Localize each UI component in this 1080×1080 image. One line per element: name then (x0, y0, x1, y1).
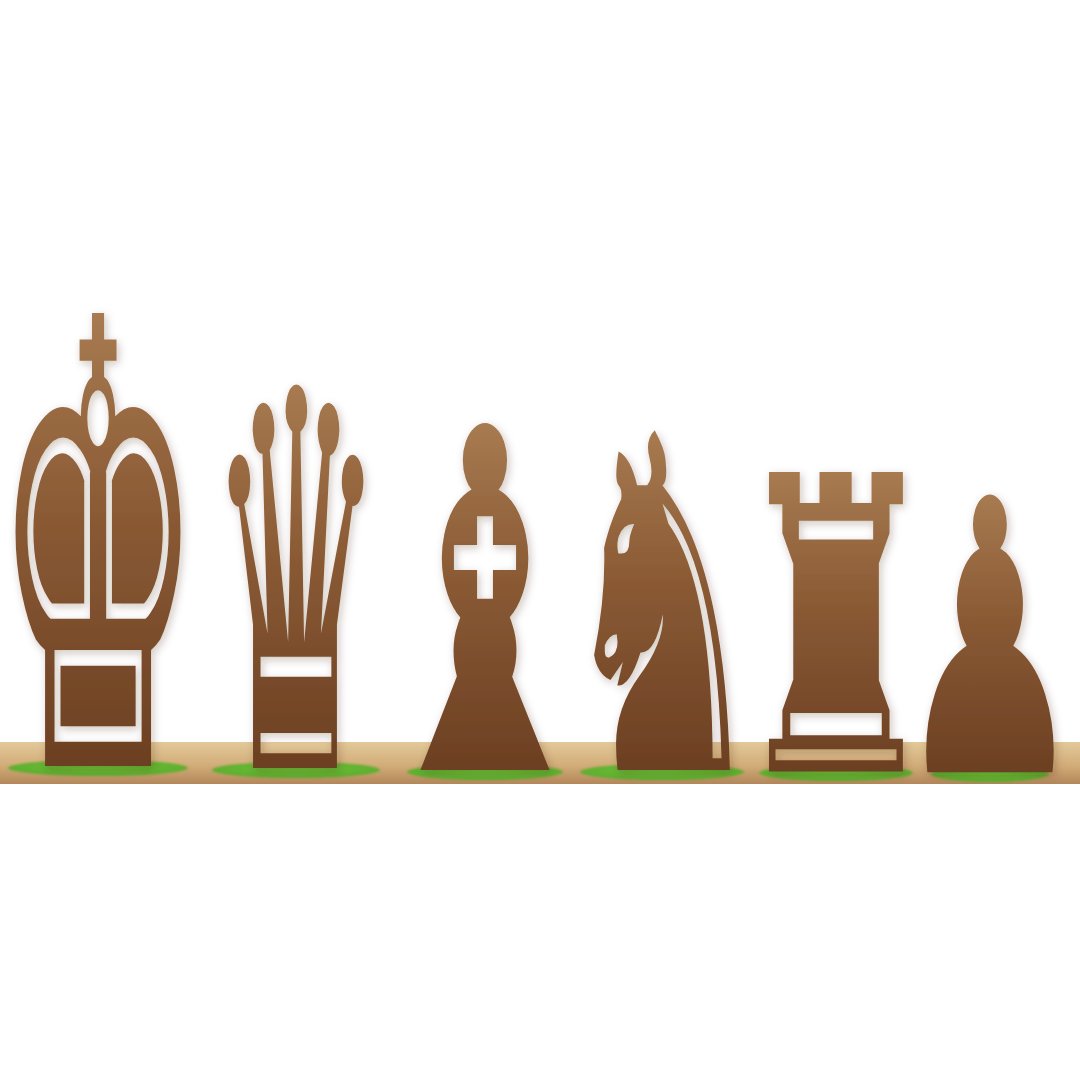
photo-canvas: ♚ ♛ ♝ ♞ ♜ ♟ (0, 0, 1080, 1080)
king-piece: ♚ (0, 191, 204, 913)
chess-pieces-product-photo: ♚ ♛ ♝ ♞ ♜ ♟ (0, 0, 1080, 1080)
piece-row: ♚ ♛ ♝ ♞ ♜ ♟ (0, 191, 1080, 913)
queen-piece: ♛ (207, 280, 386, 892)
pawn-piece: ♟ (895, 419, 1080, 862)
